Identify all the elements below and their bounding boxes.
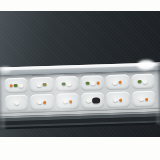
piece-cluster (38, 100, 47, 104)
white-piece (37, 83, 42, 87)
darkgreen-piece (62, 82, 66, 85)
pit-r1c2 (30, 77, 54, 93)
pit-r2c2 (30, 94, 54, 111)
pit-r1c4 (80, 75, 104, 91)
white-piece (90, 81, 95, 85)
pit-r1c1 (4, 78, 28, 94)
white-piece (38, 100, 43, 104)
piece-cluster (114, 98, 123, 102)
lid-glare-left (0, 66, 11, 73)
white-piece (114, 98, 119, 102)
piece-cluster (37, 83, 47, 87)
white-piece (14, 101, 19, 105)
orange-piece (120, 98, 123, 101)
pit-r2c6 (132, 91, 156, 108)
pit-r2c1 (5, 95, 29, 112)
orange-piece (119, 81, 122, 84)
white-piece (139, 97, 144, 101)
white-piece (18, 83, 23, 87)
pit-r2c3 (56, 93, 80, 110)
pit-r2c4 (81, 92, 105, 109)
pit-r1c6 (131, 74, 155, 90)
pit-r1c3 (55, 76, 79, 92)
orange-piece (145, 97, 148, 100)
white-piece (67, 82, 72, 86)
piece-cluster (14, 101, 19, 105)
orange-piece (69, 100, 72, 103)
piece-cluster (9, 83, 23, 87)
white-piece (63, 99, 68, 103)
green-piece (85, 82, 89, 85)
piece-cluster (62, 82, 72, 86)
orange-piece (44, 101, 47, 104)
white-piece (86, 99, 91, 103)
pit-r2c5 (106, 91, 130, 108)
piece-cluster (85, 81, 99, 85)
green-piece (138, 80, 142, 83)
tray-grid (0, 71, 160, 113)
green-piece (13, 84, 17, 87)
white-piece (143, 79, 148, 83)
orange-piece (96, 81, 99, 84)
piece-cluster (139, 97, 148, 101)
piece-cluster (113, 80, 122, 84)
white-piece (113, 80, 118, 84)
photo-canvas (0, 0, 160, 160)
piece-cluster (86, 97, 100, 103)
piece-cluster (138, 79, 148, 83)
pit-tray (0, 71, 160, 113)
orange-piece (9, 84, 12, 87)
black-piece (92, 97, 100, 103)
olive-piece (43, 83, 47, 86)
tray-box (0, 62, 160, 129)
lid-glare-right (137, 60, 155, 71)
pit-r1c5 (106, 74, 130, 90)
piece-cluster (63, 99, 72, 103)
